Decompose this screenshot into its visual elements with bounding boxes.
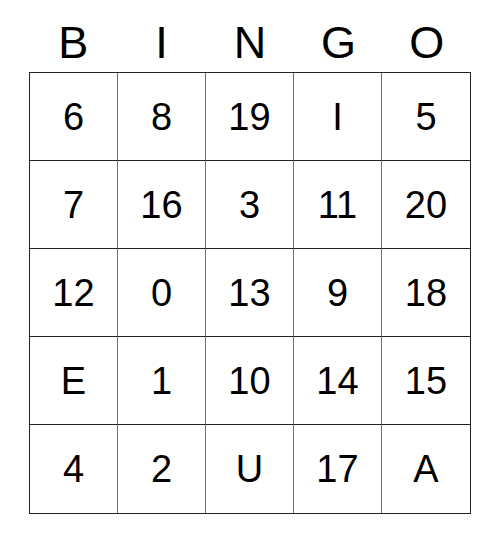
cell-r2c1[interactable]: 0 [118,249,206,337]
cell-r2c0[interactable]: 12 [30,249,118,337]
cell-r0c3[interactable]: I [294,73,382,161]
cell-r2c3[interactable]: 9 [294,249,382,337]
cell-r1c0[interactable]: 7 [30,161,118,249]
cell-r1c4[interactable]: 20 [382,161,470,249]
cell-r3c2[interactable]: 10 [206,337,294,425]
cell-r0c1[interactable]: 8 [118,73,206,161]
cell-r3c1[interactable]: 1 [118,337,206,425]
bingo-header: B I N G O [29,0,471,72]
header-letter-g: G [294,20,382,72]
cell-r2c2[interactable]: 13 [206,249,294,337]
cell-r1c2[interactable]: 3 [206,161,294,249]
cell-r4c0[interactable]: 4 [30,425,118,513]
header-letter-b: B [29,20,117,72]
cell-r4c1[interactable]: 2 [118,425,206,513]
cell-r3c0[interactable]: E [30,337,118,425]
cell-r4c2[interactable]: U [206,425,294,513]
cell-r1c3[interactable]: 11 [294,161,382,249]
cell-r0c0[interactable]: 6 [30,73,118,161]
cell-r0c2[interactable]: 19 [206,73,294,161]
cell-r2c4[interactable]: 18 [382,249,470,337]
cell-r1c1[interactable]: 16 [118,161,206,249]
cell-r4c4[interactable]: A [382,425,470,513]
bingo-card: B I N G O 6 8 19 I 5 7 16 3 11 20 12 0 1… [0,0,500,544]
cell-r3c4[interactable]: 15 [382,337,470,425]
cell-r0c4[interactable]: 5 [382,73,470,161]
header-letter-o: O [383,20,471,72]
bingo-board: 6 8 19 I 5 7 16 3 11 20 12 0 13 9 18 E 1… [29,72,471,514]
header-letter-n: N [206,20,294,72]
header-letter-i: I [117,20,205,72]
cell-r4c3[interactable]: 17 [294,425,382,513]
cell-r3c3[interactable]: 14 [294,337,382,425]
